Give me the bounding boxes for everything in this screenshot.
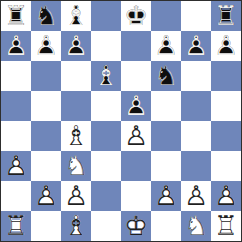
square-h5[interactable]	[211, 91, 241, 121]
square-c3[interactable]: ♞♘	[61, 151, 91, 181]
white-pawn-outline: ♙	[4, 152, 28, 179]
square-b5[interactable]	[31, 91, 61, 121]
square-a8[interactable]: ♜♖	[1, 1, 31, 31]
black-pawn-outline: ♙	[64, 32, 88, 59]
piece-black-pawn[interactable]: ♟♙	[213, 32, 240, 60]
square-d8[interactable]	[91, 1, 121, 31]
white-knight-outline: ♘	[184, 212, 208, 239]
square-h1[interactable]: ♜♖	[211, 211, 241, 241]
piece-black-rook[interactable]: ♜♖	[3, 2, 30, 30]
square-b7[interactable]: ♟♙	[31, 31, 61, 61]
white-pawn-outline: ♙	[154, 182, 178, 209]
square-h3[interactable]	[211, 151, 241, 181]
square-e3[interactable]	[121, 151, 151, 181]
square-b2[interactable]: ♟♙	[31, 181, 61, 211]
piece-black-pawn[interactable]: ♟♙	[33, 32, 60, 60]
black-pawn-outline: ♙	[184, 32, 208, 59]
square-g1[interactable]: ♞♘	[181, 211, 211, 241]
square-e4[interactable]: ♟♙	[121, 121, 151, 151]
square-d1[interactable]	[91, 211, 121, 241]
square-c2[interactable]: ♟♙	[61, 181, 91, 211]
black-rook-outline: ♖	[214, 2, 238, 29]
square-a7[interactable]: ♟♙	[1, 31, 31, 61]
square-e5[interactable]: ♟♙	[121, 91, 151, 121]
piece-white-pawn[interactable]: ♟♙	[213, 182, 240, 210]
square-c4[interactable]: ♝♗	[61, 121, 91, 151]
square-h2[interactable]: ♟♙	[211, 181, 241, 211]
square-d4[interactable]	[91, 121, 121, 151]
piece-black-pawn[interactable]: ♟♙	[123, 92, 150, 120]
piece-white-knight[interactable]: ♞♘	[63, 152, 90, 180]
piece-black-rook[interactable]: ♜♖	[213, 2, 240, 30]
square-d3[interactable]	[91, 151, 121, 181]
chess-board: ♜♖♞♘♝♗♚♔♜♖♟♙♟♙♟♙♟♙♟♙♟♙♝♗♞♘♟♙♝♗♟♙♟♙♞♘♟♙♟♙…	[0, 0, 242, 242]
square-d5[interactable]	[91, 91, 121, 121]
square-c8[interactable]: ♝♗	[61, 1, 91, 31]
white-rook-outline: ♖	[4, 212, 28, 239]
square-a2[interactable]	[1, 181, 31, 211]
white-knight-outline: ♘	[64, 152, 88, 179]
piece-white-pawn[interactable]: ♟♙	[183, 182, 210, 210]
square-f6[interactable]: ♞♘	[151, 61, 181, 91]
piece-white-pawn[interactable]: ♟♙	[33, 182, 60, 210]
square-d7[interactable]	[91, 31, 121, 61]
piece-white-bishop[interactable]: ♝♗	[63, 212, 90, 240]
square-e1[interactable]: ♚♔	[121, 211, 151, 241]
square-c5[interactable]	[61, 91, 91, 121]
square-f7[interactable]: ♟♙	[151, 31, 181, 61]
square-h8[interactable]: ♜♖	[211, 1, 241, 31]
black-pawn-outline: ♙	[34, 32, 58, 59]
square-g7[interactable]: ♟♙	[181, 31, 211, 61]
piece-white-pawn[interactable]: ♟♙	[153, 182, 180, 210]
piece-white-bishop[interactable]: ♝♗	[63, 122, 90, 150]
square-g6[interactable]	[181, 61, 211, 91]
square-a5[interactable]	[1, 91, 31, 121]
piece-white-knight[interactable]: ♞♘	[183, 212, 210, 240]
square-g4[interactable]	[181, 121, 211, 151]
white-pawn-outline: ♙	[64, 182, 88, 209]
white-pawn-outline: ♙	[214, 182, 238, 209]
white-pawn-outline: ♙	[124, 122, 148, 149]
piece-white-pawn[interactable]: ♟♙	[123, 122, 150, 150]
square-e2[interactable]	[121, 181, 151, 211]
piece-black-knight[interactable]: ♞♘	[33, 2, 60, 30]
black-pawn-outline: ♙	[4, 32, 28, 59]
black-bishop-outline: ♗	[94, 62, 118, 89]
piece-black-pawn[interactable]: ♟♙	[3, 32, 30, 60]
square-b4[interactable]	[31, 121, 61, 151]
square-f1[interactable]	[151, 211, 181, 241]
square-h7[interactable]: ♟♙	[211, 31, 241, 61]
square-d6[interactable]: ♝♗	[91, 61, 121, 91]
piece-white-king[interactable]: ♚♔	[123, 212, 150, 240]
square-e8[interactable]: ♚♔	[121, 1, 151, 31]
piece-white-rook[interactable]: ♜♖	[3, 212, 30, 240]
square-e6[interactable]	[121, 61, 151, 91]
square-f5[interactable]	[151, 91, 181, 121]
piece-white-pawn[interactable]: ♟♙	[3, 152, 30, 180]
piece-black-pawn[interactable]: ♟♙	[183, 32, 210, 60]
square-f2[interactable]: ♟♙	[151, 181, 181, 211]
black-rook-outline: ♖	[4, 2, 28, 29]
piece-white-pawn[interactable]: ♟♙	[63, 182, 90, 210]
square-a4[interactable]	[1, 121, 31, 151]
square-g8[interactable]	[181, 1, 211, 31]
piece-black-pawn[interactable]: ♟♙	[153, 32, 180, 60]
square-b1[interactable]	[31, 211, 61, 241]
white-bishop-outline: ♗	[64, 122, 88, 149]
black-pawn-outline: ♙	[124, 92, 148, 119]
square-e7[interactable]	[121, 31, 151, 61]
piece-white-rook[interactable]: ♜♖	[213, 212, 240, 240]
square-a3[interactable]: ♟♙	[1, 151, 31, 181]
white-rook-outline: ♖	[214, 212, 238, 239]
square-b3[interactable]	[31, 151, 61, 181]
black-knight-outline: ♘	[154, 62, 178, 89]
square-g2[interactable]: ♟♙	[181, 181, 211, 211]
white-pawn-outline: ♙	[184, 182, 208, 209]
square-d2[interactable]	[91, 181, 121, 211]
square-g5[interactable]	[181, 91, 211, 121]
white-king-outline: ♔	[124, 212, 148, 239]
square-a6[interactable]	[1, 61, 31, 91]
square-c7[interactable]: ♟♙	[61, 31, 91, 61]
square-a1[interactable]: ♜♖	[1, 211, 31, 241]
square-b8[interactable]: ♞♘	[31, 1, 61, 31]
piece-black-knight[interactable]: ♞♘	[153, 62, 180, 90]
black-pawn-outline: ♙	[214, 32, 238, 59]
square-g3[interactable]	[181, 151, 211, 181]
black-king-outline: ♔	[124, 2, 148, 29]
white-pawn-outline: ♙	[34, 182, 58, 209]
black-bishop-outline: ♗	[64, 2, 88, 29]
piece-black-king[interactable]: ♚♔	[123, 2, 150, 30]
square-c6[interactable]	[61, 61, 91, 91]
piece-black-bishop[interactable]: ♝♗	[93, 62, 120, 90]
square-h4[interactable]	[211, 121, 241, 151]
white-bishop-outline: ♗	[64, 212, 88, 239]
square-h6[interactable]	[211, 61, 241, 91]
square-f8[interactable]	[151, 1, 181, 31]
black-knight-outline: ♘	[34, 2, 58, 29]
square-b6[interactable]	[31, 61, 61, 91]
square-f4[interactable]	[151, 121, 181, 151]
piece-black-bishop[interactable]: ♝♗	[63, 2, 90, 30]
piece-black-pawn[interactable]: ♟♙	[63, 32, 90, 60]
black-pawn-outline: ♙	[154, 32, 178, 59]
square-c1[interactable]: ♝♗	[61, 211, 91, 241]
square-f3[interactable]	[151, 151, 181, 181]
